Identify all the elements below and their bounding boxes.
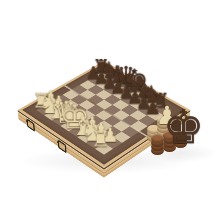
latch-hook: [26, 118, 35, 132]
chess-board: ♜♞♝♛♚♝♞♜♟♟♟♟♟♟♟♟♟♟♟♟♟♟♟♟♜♞♝♛♚♝♞♜: [18, 61, 191, 168]
dark-checker-disc: [174, 131, 187, 140]
light-checker-disc: [157, 116, 170, 125]
square-g4: [113, 121, 130, 132]
chess-set-product-photo: ♜♞♝♛♚♝♞♜♟♟♟♟♟♟♟♟♟♟♟♟♟♟♟♟♜♞♝♛♚♝♞♜ ♟ ♚: [0, 0, 220, 220]
dark-checker-disc: [151, 134, 164, 143]
latch-hook: [58, 139, 67, 153]
